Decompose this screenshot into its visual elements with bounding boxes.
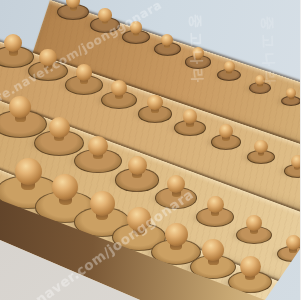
cylinder-knob	[147, 95, 162, 110]
cylinder-knob	[224, 61, 235, 72]
cylinder-knob	[246, 215, 262, 231]
cylinder-knob	[88, 136, 108, 156]
cylinder-knob	[90, 191, 115, 216]
cylinder-knob	[98, 8, 111, 21]
cylinder-knob	[240, 256, 261, 277]
cylinder-knob	[165, 223, 188, 246]
cylinder-knob	[207, 196, 224, 213]
watermark-site-name: 중고나라	[186, 14, 207, 87]
photo-scene: cafe.naver.com/joonggonara중고나라중고나라cafe.n…	[0, 0, 300, 300]
cylinder-knob	[291, 155, 301, 168]
cylinder-knob	[161, 34, 173, 46]
cylinder-knob	[15, 158, 42, 185]
cylinder-knob	[49, 117, 70, 138]
cylinder-knob	[286, 235, 301, 250]
cylinder-knob	[76, 64, 93, 81]
cylinder-knob	[128, 156, 147, 175]
cylinder-knob	[111, 80, 127, 96]
watermark-site-name: 중고나라	[258, 16, 279, 89]
